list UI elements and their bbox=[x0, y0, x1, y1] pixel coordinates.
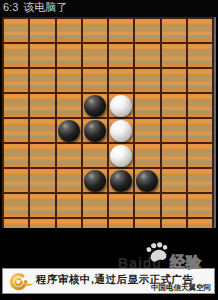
board-cell[interactable] bbox=[57, 169, 83, 194]
board-cell[interactable] bbox=[162, 19, 188, 44]
board-cell[interactable] bbox=[188, 69, 214, 94]
ad-source-text: 中国电信天翼空间 bbox=[151, 283, 211, 293]
board-cell[interactable] bbox=[83, 69, 109, 94]
board-cell[interactable] bbox=[188, 19, 214, 44]
score-text: 6:3 bbox=[3, 1, 18, 13]
board-cell[interactable] bbox=[30, 194, 56, 219]
baidu-watermark: Baidu 经验 bbox=[118, 240, 216, 274]
board-cell[interactable] bbox=[188, 169, 214, 194]
board-cell[interactable] bbox=[30, 94, 56, 119]
board-cell[interactable] bbox=[4, 69, 30, 94]
board-cell[interactable] bbox=[162, 44, 188, 69]
board-cell[interactable] bbox=[109, 194, 135, 219]
board-cell[interactable] bbox=[57, 19, 83, 44]
black-stone bbox=[110, 170, 132, 192]
board-cell[interactable] bbox=[4, 94, 30, 119]
board-cell[interactable] bbox=[57, 94, 83, 119]
board-cell[interactable] bbox=[30, 144, 56, 169]
board-cell[interactable] bbox=[57, 219, 83, 228]
board-cell[interactable] bbox=[109, 169, 135, 194]
board-cell[interactable] bbox=[188, 119, 214, 144]
board-cell[interactable] bbox=[83, 144, 109, 169]
white-stone bbox=[110, 120, 132, 142]
board-cell[interactable] bbox=[4, 219, 30, 228]
board-cell[interactable] bbox=[162, 69, 188, 94]
board-cell[interactable] bbox=[30, 69, 56, 94]
turn-status-text: 该电脑了 bbox=[23, 1, 67, 13]
board-cell[interactable] bbox=[135, 219, 161, 228]
board-cell[interactable] bbox=[162, 169, 188, 194]
board-cell[interactable] bbox=[188, 94, 214, 119]
board-cell[interactable] bbox=[188, 194, 214, 219]
black-stone bbox=[84, 170, 106, 192]
board-cell[interactable] bbox=[30, 169, 56, 194]
board-grid bbox=[2, 17, 214, 228]
board-cell[interactable] bbox=[57, 119, 83, 144]
board-cell[interactable] bbox=[188, 219, 214, 228]
board-cell[interactable] bbox=[109, 19, 135, 44]
board-cell[interactable] bbox=[57, 194, 83, 219]
board-cell[interactable] bbox=[135, 69, 161, 94]
board-cell[interactable] bbox=[4, 169, 30, 194]
gold-swirl-logo-icon bbox=[9, 272, 35, 296]
board-cell[interactable] bbox=[83, 169, 109, 194]
watermark-suffix-text: 经验 bbox=[170, 253, 202, 272]
black-stone bbox=[136, 170, 158, 192]
board-cell[interactable] bbox=[135, 19, 161, 44]
game-board bbox=[2, 17, 214, 228]
board-cell[interactable] bbox=[57, 44, 83, 69]
board-cell[interactable] bbox=[109, 119, 135, 144]
board-cell[interactable] bbox=[30, 19, 56, 44]
board-cell[interactable] bbox=[135, 119, 161, 144]
board-cell[interactable] bbox=[162, 194, 188, 219]
board-cell[interactable] bbox=[83, 94, 109, 119]
board-cell[interactable] bbox=[162, 144, 188, 169]
board-cell[interactable] bbox=[30, 219, 56, 228]
board-cell[interactable] bbox=[30, 44, 56, 69]
board-cell[interactable] bbox=[83, 119, 109, 144]
status-bar: 6:3该电脑了 bbox=[0, 0, 218, 17]
board-cell[interactable] bbox=[4, 44, 30, 69]
board-cell[interactable] bbox=[83, 194, 109, 219]
board-cell[interactable] bbox=[109, 219, 135, 228]
board-cell[interactable] bbox=[4, 194, 30, 219]
board-right-edge bbox=[214, 17, 216, 228]
board-cell[interactable] bbox=[109, 44, 135, 69]
white-stone bbox=[110, 95, 132, 117]
black-stone bbox=[84, 120, 106, 142]
black-stone bbox=[58, 120, 80, 142]
board-cell[interactable] bbox=[109, 144, 135, 169]
white-stone bbox=[110, 145, 132, 167]
board-cell[interactable] bbox=[83, 219, 109, 228]
board-cell[interactable] bbox=[188, 44, 214, 69]
board-cell[interactable] bbox=[135, 94, 161, 119]
board-cell[interactable] bbox=[83, 19, 109, 44]
board-cell[interactable] bbox=[83, 44, 109, 69]
board-cell[interactable] bbox=[135, 44, 161, 69]
board-cell[interactable] bbox=[162, 94, 188, 119]
board-cell[interactable] bbox=[109, 94, 135, 119]
board-cell[interactable] bbox=[4, 19, 30, 44]
board-cell[interactable] bbox=[162, 119, 188, 144]
board-cell[interactable] bbox=[30, 119, 56, 144]
board-cell[interactable] bbox=[135, 144, 161, 169]
board-cell[interactable] bbox=[135, 169, 161, 194]
board-cell[interactable] bbox=[109, 69, 135, 94]
board-cell[interactable] bbox=[4, 119, 30, 144]
board-cell[interactable] bbox=[135, 194, 161, 219]
board-cell[interactable] bbox=[188, 144, 214, 169]
board-cell[interactable] bbox=[162, 219, 188, 228]
board-cell[interactable] bbox=[57, 69, 83, 94]
black-stone bbox=[84, 95, 106, 117]
board-cell[interactable] bbox=[4, 144, 30, 169]
baidu-paw-icon bbox=[142, 240, 172, 272]
board-cell[interactable] bbox=[57, 144, 83, 169]
